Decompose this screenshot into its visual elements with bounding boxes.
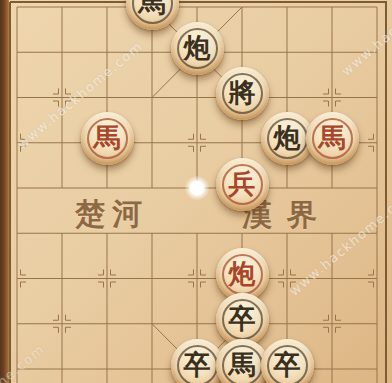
piece-glyph: 將 xyxy=(229,79,256,106)
piece-glyph: 炮 xyxy=(184,34,211,61)
piece-glyph: 炮 xyxy=(229,260,256,287)
piece-red-soldier[interactable]: 兵 xyxy=(216,158,269,211)
piece-glyph: 馬 xyxy=(94,124,121,151)
piece-glyph: 馬 xyxy=(229,351,256,378)
piece-black-horse[interactable]: 馬 xyxy=(126,0,179,30)
piece-glyph: 馬 xyxy=(139,0,166,16)
piece-glyph: 馬 xyxy=(319,124,346,151)
piece-glyph: 兵 xyxy=(229,170,256,197)
xiangqi-board: 楚河 漢界 馬炮將馬炮馬兵炮卒卒馬卒 www.hackhome.com www.… xyxy=(0,0,392,383)
piece-glyph: 卒 xyxy=(274,351,301,378)
piece-glyph: 卒 xyxy=(184,351,211,378)
piece-glyph: 卒 xyxy=(229,305,256,332)
piece-grid: 馬炮將馬炮馬兵炮卒卒馬卒 xyxy=(0,0,392,383)
piece-red-horse[interactable]: 馬 xyxy=(306,112,359,165)
piece-black-general[interactable]: 將 xyxy=(216,67,269,120)
piece-glyph: 炮 xyxy=(274,124,301,151)
piece-black-soldier[interactable]: 卒 xyxy=(261,339,314,383)
piece-red-horse[interactable]: 馬 xyxy=(81,112,134,165)
piece-black-cannon[interactable]: 炮 xyxy=(171,22,224,75)
